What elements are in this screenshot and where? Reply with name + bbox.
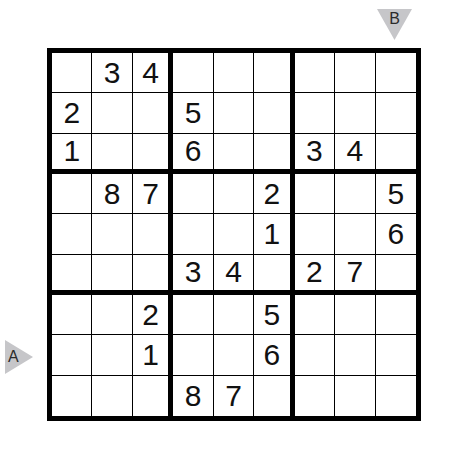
- cell-r6c5[interactable]: 4: [214, 255, 254, 295]
- cell-r8c9[interactable]: [376, 335, 416, 375]
- cell-r2c3[interactable]: [133, 93, 173, 133]
- cell-r9c7[interactable]: [295, 376, 335, 416]
- cell-r6c3[interactable]: [133, 255, 173, 295]
- cell-r3c2[interactable]: [92, 134, 132, 174]
- cell-r1c5[interactable]: [214, 53, 254, 93]
- cell-r6c1[interactable]: [52, 255, 92, 295]
- cell-r1c8[interactable]: [335, 53, 375, 93]
- cell-r7c9[interactable]: [376, 295, 416, 335]
- cell-r6c8[interactable]: 7: [335, 255, 375, 295]
- cell-r9c9[interactable]: [376, 376, 416, 416]
- cell-r5c8[interactable]: [335, 214, 375, 254]
- cell-r4c8[interactable]: [335, 174, 375, 214]
- cell-r8c1[interactable]: [52, 335, 92, 375]
- cell-r1c1[interactable]: [52, 53, 92, 93]
- cell-r9c5[interactable]: 7: [214, 376, 254, 416]
- cell-r8c5[interactable]: [214, 335, 254, 375]
- cell-r9c6[interactable]: [254, 376, 294, 416]
- cell-r3c4[interactable]: 6: [173, 134, 213, 174]
- cell-r6c4[interactable]: 3: [173, 255, 213, 295]
- cell-r9c2[interactable]: [92, 376, 132, 416]
- cell-r2c8[interactable]: [335, 93, 375, 133]
- cell-r5c1[interactable]: [52, 214, 92, 254]
- marker-b-down-arrow: B: [377, 9, 412, 40]
- cell-r8c6[interactable]: 6: [254, 335, 294, 375]
- cell-r3c5[interactable]: [214, 134, 254, 174]
- cell-r3c1[interactable]: 1: [52, 134, 92, 174]
- cell-r7c7[interactable]: [295, 295, 335, 335]
- cell-r1c6[interactable]: [254, 53, 294, 93]
- marker-b-label: B: [389, 10, 400, 28]
- cell-r5c6[interactable]: 1: [254, 214, 294, 254]
- cell-r9c8[interactable]: [335, 376, 375, 416]
- cell-r9c1[interactable]: [52, 376, 92, 416]
- cell-r8c4[interactable]: [173, 335, 213, 375]
- cell-r9c3[interactable]: [133, 376, 173, 416]
- cell-r2c6[interactable]: [254, 93, 294, 133]
- cell-r6c6[interactable]: [254, 255, 294, 295]
- cell-r9c4[interactable]: 8: [173, 376, 213, 416]
- cell-r3c6[interactable]: [254, 134, 294, 174]
- cell-r2c7[interactable]: [295, 93, 335, 133]
- cell-r5c4[interactable]: [173, 214, 213, 254]
- cell-r3c7[interactable]: 3: [295, 134, 335, 174]
- cell-r5c2[interactable]: [92, 214, 132, 254]
- marker-a-label: A: [8, 348, 19, 366]
- cell-r4c4[interactable]: [173, 174, 213, 214]
- cell-r4c1[interactable]: [52, 174, 92, 214]
- cell-r2c4[interactable]: 5: [173, 93, 213, 133]
- sudoku-puzzle-image: B A 342516348725163427251687: [0, 0, 465, 468]
- cell-r5c9[interactable]: 6: [376, 214, 416, 254]
- cell-r6c2[interactable]: [92, 255, 132, 295]
- cell-r2c2[interactable]: [92, 93, 132, 133]
- cell-r8c2[interactable]: [92, 335, 132, 375]
- cell-r7c4[interactable]: [173, 295, 213, 335]
- cell-r7c5[interactable]: [214, 295, 254, 335]
- cell-r1c3[interactable]: 4: [133, 53, 173, 93]
- cell-r2c5[interactable]: [214, 93, 254, 133]
- sudoku-board: 342516348725163427251687: [47, 48, 421, 421]
- cell-r7c1[interactable]: [52, 295, 92, 335]
- marker-a-right-arrow: A: [5, 340, 33, 374]
- cell-r3c8[interactable]: 4: [335, 134, 375, 174]
- cell-r5c7[interactable]: [295, 214, 335, 254]
- cell-r4c9[interactable]: 5: [376, 174, 416, 214]
- cell-r1c4[interactable]: [173, 53, 213, 93]
- cell-r7c6[interactable]: 5: [254, 295, 294, 335]
- cell-r4c6[interactable]: 2: [254, 174, 294, 214]
- cell-r4c2[interactable]: 8: [92, 174, 132, 214]
- cell-r1c9[interactable]: [376, 53, 416, 93]
- cell-r3c9[interactable]: [376, 134, 416, 174]
- cell-r8c3[interactable]: 1: [133, 335, 173, 375]
- cell-r4c7[interactable]: [295, 174, 335, 214]
- cell-r6c7[interactable]: 2: [295, 255, 335, 295]
- cell-r7c2[interactable]: [92, 295, 132, 335]
- cell-r4c5[interactable]: [214, 174, 254, 214]
- cell-r1c7[interactable]: [295, 53, 335, 93]
- cell-r2c1[interactable]: 2: [52, 93, 92, 133]
- cell-r8c7[interactable]: [295, 335, 335, 375]
- cell-r1c2[interactable]: 3: [92, 53, 132, 93]
- cell-r7c8[interactable]: [335, 295, 375, 335]
- cell-r8c8[interactable]: [335, 335, 375, 375]
- cell-r4c3[interactable]: 7: [133, 174, 173, 214]
- cell-r5c3[interactable]: [133, 214, 173, 254]
- cell-r6c9[interactable]: [376, 255, 416, 295]
- cell-r3c3[interactable]: [133, 134, 173, 174]
- cell-r7c3[interactable]: 2: [133, 295, 173, 335]
- cell-r5c5[interactable]: [214, 214, 254, 254]
- cell-r2c9[interactable]: [376, 93, 416, 133]
